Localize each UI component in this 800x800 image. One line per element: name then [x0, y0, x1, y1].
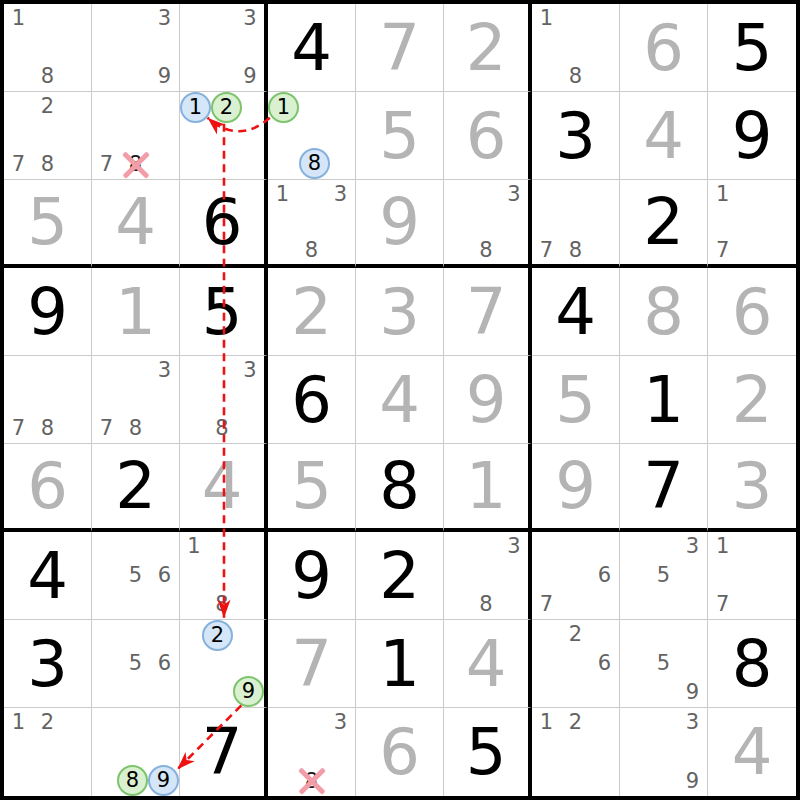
candidate-r9c8-3[interactable]: 3: [686, 712, 699, 733]
candidate-r9c1-1[interactable]: 1: [12, 712, 25, 733]
slot-r9c1-2: 2: [33, 708, 62, 737]
slot-r7c3-8: 8: [208, 590, 236, 619]
slot-r9c2-3: [148, 708, 179, 737]
cell-r8c5[interactable]: 1: [356, 620, 444, 708]
candidates-r8c3: 29: [180, 620, 264, 707]
slot-r1c3-2: [208, 4, 236, 33]
candidate-r8c3-2-circled-blue[interactable]: 2: [202, 620, 233, 651]
cell-r3c3[interactable]: 6: [180, 180, 268, 268]
cell-r1c4[interactable]: 4: [268, 4, 356, 92]
slot-r7c3-6: [236, 561, 264, 590]
slot-r3c9-6: [767, 208, 796, 236]
candidate-r8c2-6[interactable]: 6: [158, 653, 171, 674]
candidate-r3c9-7[interactable]: 7: [716, 240, 729, 261]
slot-r8c2-7: [92, 678, 121, 707]
cell-r7c1[interactable]: 4: [4, 532, 92, 620]
slot-r2c1-8: 8: [33, 150, 62, 179]
slot-r9c1-8: [33, 767, 62, 796]
cell-r6c2[interactable]: 2: [92, 444, 180, 532]
cell-r1c1[interactable]: 18: [4, 4, 92, 92]
slot-r9c2-7: [92, 765, 117, 796]
slot-r2c3-7: [180, 151, 211, 179]
slot-r7c2-3: [150, 532, 179, 561]
slot-r1c2-6: [150, 33, 179, 62]
candidate-r8c8-9[interactable]: 9: [686, 682, 699, 703]
cell-r8c6[interactable]: 4: [444, 620, 532, 708]
candidate-r1c2-9[interactable]: 9: [158, 66, 171, 87]
given-digit-r1c9: 5: [708, 4, 796, 91]
slot-r5c3-7: [180, 414, 208, 443]
slot-r9c1-4: [4, 737, 33, 766]
cell-r9c7[interactable]: 12: [532, 708, 620, 796]
slot-r3c6-2: [472, 180, 500, 208]
cell-r2c4[interactable]: 18: [268, 92, 356, 180]
cell-r6c5[interactable]: 8: [356, 444, 444, 532]
candidate-r7c7-7[interactable]: 7: [540, 594, 553, 615]
solved-digit-r1c8: 6: [620, 4, 707, 91]
cell-r4c3[interactable]: 5: [180, 268, 268, 356]
slot-r5c3-4: [180, 385, 208, 414]
solved-digit-r6c4: 5: [268, 444, 355, 528]
slot-r9c7-4: [532, 737, 561, 766]
cell-r8c4[interactable]: 7: [268, 620, 356, 708]
slot-r2c4-6: [330, 123, 355, 148]
slot-r5c1-7: 7: [4, 414, 33, 443]
cell-r7c5[interactable]: 2: [356, 532, 444, 620]
slot-r2c3-5: [211, 123, 242, 151]
slot-r7c9-2: [737, 532, 766, 561]
given-digit-r4c1: 9: [4, 268, 91, 355]
candidates-r9c7: 12: [532, 708, 619, 796]
slot-r5c2-3: 3: [150, 356, 179, 385]
cell-r3c2[interactable]: 4: [92, 180, 180, 268]
cell-r8c1[interactable]: 3: [4, 620, 92, 708]
candidate-r3c6-3[interactable]: 3: [507, 184, 520, 205]
cell-r4c2[interactable]: 1: [92, 268, 180, 356]
solved-digit-r6c9: 3: [708, 444, 796, 528]
slot-r5c1-4: [4, 385, 33, 414]
slot-r9c8-9: 9: [678, 767, 707, 796]
candidates-r3c4: 138: [268, 180, 355, 264]
slot-r9c2-9: 9: [148, 765, 179, 796]
cell-r9c2[interactable]: 89: [92, 708, 180, 796]
candidate-r2c2-7[interactable]: 7: [100, 154, 113, 175]
cell-r4c9[interactable]: 6: [708, 268, 796, 356]
slot-r2c1-1: [4, 92, 33, 121]
solved-digit-r6c3: 4: [180, 444, 264, 528]
cell-r6c8[interactable]: 7: [620, 444, 708, 532]
cell-r4c4[interactable]: 2: [268, 268, 356, 356]
solved-digit-r6c6: 1: [444, 444, 528, 528]
cell-r6c1[interactable]: 6: [4, 444, 92, 532]
slot-r7c6-3: 3: [500, 532, 528, 561]
slot-r5c3-3: 3: [236, 356, 264, 385]
candidates-r9c2: 89: [92, 708, 179, 796]
sudoku-board: 1839394721865278781218563495461389387821…: [0, 0, 800, 800]
cell-r2c6[interactable]: 6: [444, 92, 532, 180]
slot-r2c2-6: [150, 121, 179, 150]
cell-r9c8[interactable]: 39: [620, 708, 708, 796]
candidate-r7c7-6[interactable]: 6: [598, 565, 611, 586]
slot-r7c9-4: [708, 561, 737, 590]
slot-r7c9-8: [737, 590, 766, 619]
slot-r5c1-5: [33, 385, 62, 414]
slot-r3c4-2: [297, 180, 326, 208]
slot-r7c6-5: [472, 561, 500, 590]
candidate-r5c1-7[interactable]: 7: [12, 418, 25, 439]
cell-r5c9[interactable]: 2: [708, 356, 796, 444]
candidate-r3c4-3[interactable]: 3: [334, 184, 347, 205]
cell-r1c8[interactable]: 6: [620, 4, 708, 92]
slot-r3c9-7: 7: [708, 236, 737, 264]
candidate-r5c1-8[interactable]: 8: [41, 418, 54, 439]
cell-r4c5[interactable]: 3: [356, 268, 444, 356]
candidates-r5c1: 78: [4, 356, 91, 443]
slot-r9c8-1: [620, 708, 649, 737]
slot-r2c2-7: 7: [92, 150, 121, 179]
slot-r5c1-6: [62, 385, 91, 414]
candidate-r8c3-9-circled-green[interactable]: 9: [233, 676, 264, 707]
candidates-r2c3: 12: [180, 92, 264, 179]
cell-r9c5[interactable]: 6: [356, 708, 444, 796]
candidate-r1c3-3[interactable]: 3: [243, 8, 256, 29]
slot-r8c3-4: [180, 651, 202, 676]
candidate-r2c3-1-circled-blue[interactable]: 1: [180, 92, 211, 123]
candidate-r7c3-8[interactable]: 8: [215, 594, 228, 615]
cell-r3c8[interactable]: 2: [620, 180, 708, 268]
slot-r7c3-2: [208, 532, 236, 561]
slot-r1c1-3: [62, 4, 91, 33]
candidates-r9c1: 12: [4, 708, 91, 796]
slot-r3c9-2: [737, 180, 766, 208]
solved-digit-r6c7: 9: [532, 444, 619, 528]
slot-r8c2-1: [92, 620, 121, 649]
slot-r3c7-8: 8: [561, 236, 590, 264]
cell-r2c2[interactable]: 78: [92, 92, 180, 180]
candidate-r7c9-1[interactable]: 1: [716, 536, 729, 557]
cell-r5c3[interactable]: 38: [180, 356, 268, 444]
slot-r7c9-1: 1: [708, 532, 737, 561]
slot-r8c7-4: [532, 649, 561, 678]
cell-r3c7[interactable]: 78: [532, 180, 620, 268]
slot-r8c8-2: [649, 620, 678, 649]
slot-r3c4-4: [268, 208, 297, 236]
slot-r3c4-1: 1: [268, 180, 297, 208]
cell-r2c5[interactable]: 5: [356, 92, 444, 180]
cell-r9c6[interactable]: 5: [444, 708, 532, 796]
solved-digit-r3c1: 5: [4, 180, 91, 264]
slot-r3c9-5: [737, 208, 766, 236]
cell-r5c2[interactable]: 378: [92, 356, 180, 444]
slot-r7c7-1: [532, 532, 561, 561]
solved-digit-r6c1: 6: [4, 444, 91, 528]
cell-r1c5[interactable]: 7: [356, 4, 444, 92]
slot-r7c6-9: [500, 590, 528, 619]
candidate-r3c6-8[interactable]: 8: [479, 240, 492, 261]
candidate-r1c1-8[interactable]: 8: [41, 66, 54, 87]
slot-r3c7-5: [561, 208, 590, 236]
slot-r1c1-4: [4, 33, 33, 62]
cell-r3c4[interactable]: 138: [268, 180, 356, 268]
candidate-r9c7-1[interactable]: 1: [540, 712, 553, 733]
given-digit-r2c9: 9: [708, 92, 796, 179]
cell-r7c9[interactable]: 17: [708, 532, 796, 620]
candidate-r3c7-8[interactable]: 8: [569, 240, 582, 261]
slot-r1c7-7: [532, 62, 561, 91]
slot-r7c9-9: [767, 590, 796, 619]
slot-r7c2-7: [92, 590, 121, 619]
cell-r5c4[interactable]: 6: [268, 356, 356, 444]
slot-r9c4-3: 3: [326, 708, 355, 737]
slot-r5c3-9: [236, 414, 264, 443]
cell-r1c3[interactable]: 39: [180, 4, 268, 92]
cell-r9c3[interactable]: 7: [180, 708, 268, 796]
candidate-r7c8-3[interactable]: 3: [686, 536, 699, 557]
cell-r7c3[interactable]: 18: [180, 532, 268, 620]
candidate-r9c8-9[interactable]: 9: [686, 771, 699, 792]
cell-r1c2[interactable]: 39: [92, 4, 180, 92]
slot-r7c2-2: [121, 532, 150, 561]
slot-r1c2-9: 9: [150, 62, 179, 91]
slot-r2c4-7: [268, 148, 299, 179]
cell-r6c7[interactable]: 9: [532, 444, 620, 532]
cell-r7c8[interactable]: 35: [620, 532, 708, 620]
candidate-r7c6-3[interactable]: 3: [507, 536, 520, 557]
slot-r9c1-6: [62, 737, 91, 766]
candidate-r2c4-8-circled-blue[interactable]: 8: [299, 148, 330, 179]
cell-r8c3[interactable]: 29: [180, 620, 268, 708]
candidate-r7c2-5[interactable]: 5: [129, 565, 142, 586]
slot-r9c4-9: [326, 767, 355, 796]
slot-r3c4-9: [326, 236, 355, 264]
candidate-r9c1-2[interactable]: 2: [41, 712, 54, 733]
cell-r6c9[interactable]: 3: [708, 444, 796, 532]
candidate-r9c2-8-circled-green[interactable]: 8: [117, 765, 148, 796]
candidate-r9c2-9-circled-blue[interactable]: 9: [148, 765, 179, 796]
slot-r9c2-5: [117, 737, 148, 766]
solved-digit-r5c9: 2: [708, 356, 796, 443]
candidate-r1c1-1[interactable]: 1: [12, 8, 25, 29]
slot-r7c3-9: [236, 590, 264, 619]
cell-r2c7[interactable]: 3: [532, 92, 620, 180]
candidate-r1c7-8[interactable]: 8: [569, 66, 582, 87]
candidate-r5c3-8[interactable]: 8: [215, 418, 228, 439]
cell-r2c3[interactable]: 12: [180, 92, 268, 180]
candidates-r7c9: 17: [708, 532, 796, 619]
candidate-r1c3-9[interactable]: 9: [243, 66, 256, 87]
given-digit-r9c6: 5: [444, 708, 528, 796]
slot-r9c4-5: [297, 737, 326, 766]
slot-r3c7-4: [532, 208, 561, 236]
slot-r9c8-8: [649, 767, 678, 796]
candidate-r7c3-1[interactable]: 1: [187, 536, 200, 557]
slot-r1c1-6: [62, 33, 91, 62]
cell-r5c7[interactable]: 5: [532, 356, 620, 444]
candidate-r2c3-2-circled-green[interactable]: 2: [211, 92, 242, 123]
slot-r7c6-6: [500, 561, 528, 590]
cell-r7c7[interactable]: 67: [532, 532, 620, 620]
slot-r5c2-8: 8: [121, 414, 150, 443]
slot-r1c7-1: 1: [532, 4, 561, 33]
slot-r2c1-5: [33, 121, 62, 150]
candidate-r5c2-7[interactable]: 7: [100, 418, 113, 439]
candidates-r9c4: 38: [268, 708, 355, 796]
cell-r5c1[interactable]: 78: [4, 356, 92, 444]
slot-r7c7-8: [561, 590, 590, 619]
cell-r2c8[interactable]: 4: [620, 92, 708, 180]
cell-r8c2[interactable]: 56: [92, 620, 180, 708]
slot-r2c4-1: 1: [268, 92, 299, 123]
solved-digit-r8c6: 4: [444, 620, 528, 707]
slot-r3c9-9: [767, 236, 796, 264]
given-digit-r5c8: 1: [620, 356, 707, 443]
candidate-r7c6-8[interactable]: 8: [479, 594, 492, 615]
slot-r8c8-3: [678, 620, 707, 649]
slot-r9c8-2: [649, 708, 678, 737]
slot-r7c8-3: 3: [678, 532, 707, 561]
slot-r8c2-4: [92, 649, 121, 678]
candidate-r1c7-1[interactable]: 1: [540, 8, 553, 29]
slot-r1c1-8: 8: [33, 62, 62, 91]
candidate-r5c3-3[interactable]: 3: [243, 360, 256, 381]
cell-r1c6[interactable]: 2: [444, 4, 532, 92]
candidate-r2c2-8[interactable]: 8: [129, 154, 142, 175]
slot-r7c2-6: 6: [150, 561, 179, 590]
slot-r5c2-6: [150, 385, 179, 414]
cell-r9c1[interactable]: 12: [4, 708, 92, 796]
candidate-r3c4-8[interactable]: 8: [305, 240, 318, 261]
given-digit-r7c1: 4: [4, 532, 91, 619]
given-digit-r6c2: 2: [92, 444, 179, 528]
cell-r8c9[interactable]: 8: [708, 620, 796, 708]
cell-r1c9[interactable]: 5: [708, 4, 796, 92]
slot-r9c7-2: 2: [561, 708, 590, 737]
candidate-r9c7-2[interactable]: 2: [569, 712, 582, 733]
slot-r1c7-6: [590, 33, 619, 62]
slot-r9c4-6: [326, 737, 355, 766]
slot-r8c7-3: [590, 620, 619, 649]
candidate-r5c2-8[interactable]: 8: [129, 418, 142, 439]
slot-r8c7-8: [561, 678, 590, 707]
slot-r8c8-8: [649, 678, 678, 707]
candidate-r3c4-1[interactable]: 1: [276, 184, 289, 205]
candidate-r5c2-3[interactable]: 3: [158, 360, 171, 381]
cell-r3c9[interactable]: 17: [708, 180, 796, 268]
cell-r4c1[interactable]: 9: [4, 268, 92, 356]
cell-r5c6[interactable]: 9: [444, 356, 532, 444]
cell-r2c9[interactable]: 9: [708, 92, 796, 180]
slot-r3c6-8: 8: [472, 236, 500, 264]
slot-r8c3-9: 9: [233, 676, 264, 707]
slot-r8c8-7: [620, 678, 649, 707]
slot-r2c4-5: [299, 123, 330, 148]
cell-r8c7[interactable]: 26: [532, 620, 620, 708]
cell-r2c1[interactable]: 278: [4, 92, 92, 180]
cell-r4c6[interactable]: 7: [444, 268, 532, 356]
given-digit-r9c3: 7: [180, 708, 264, 796]
slot-r5c3-8: 8: [208, 414, 236, 443]
solved-digit-r2c5: 5: [356, 92, 443, 179]
cell-r9c4[interactable]: 38: [268, 708, 356, 796]
cell-r4c8[interactable]: 8: [620, 268, 708, 356]
cell-r1c7[interactable]: 18: [532, 4, 620, 92]
slot-r7c2-4: [92, 561, 121, 590]
solved-digit-r4c6: 7: [444, 268, 528, 355]
slot-r7c2-5: 5: [121, 561, 150, 590]
candidate-r9c4-3[interactable]: 3: [334, 712, 347, 733]
candidate-r8c8-5[interactable]: 5: [657, 653, 670, 674]
cell-r6c6[interactable]: 1: [444, 444, 532, 532]
candidate-r2c4-1-circled-green[interactable]: 1: [268, 92, 299, 123]
cell-r7c4[interactable]: 9: [268, 532, 356, 620]
slot-r1c2-8: [121, 62, 150, 91]
candidate-r1c2-3[interactable]: 3: [158, 8, 171, 29]
slot-r9c8-5: [649, 737, 678, 766]
candidate-r7c8-5[interactable]: 5: [657, 565, 670, 586]
candidates-r7c3: 18: [180, 532, 264, 619]
cell-r8c8[interactable]: 59: [620, 620, 708, 708]
slot-r8c7-7: [532, 678, 561, 707]
cell-r7c2[interactable]: 56: [92, 532, 180, 620]
candidate-r8c2-5[interactable]: 5: [129, 653, 142, 674]
candidate-r7c2-6[interactable]: 6: [158, 565, 171, 586]
cell-r5c5[interactable]: 4: [356, 356, 444, 444]
slot-r7c2-1: [92, 532, 121, 561]
slot-r3c7-2: [561, 180, 590, 208]
slot-r2c2-9: [150, 150, 179, 179]
slot-r1c1-9: [62, 62, 91, 91]
candidate-r8c7-6[interactable]: 6: [598, 653, 611, 674]
slot-r8c2-9: [150, 678, 179, 707]
solved-digit-r8c4: 7: [268, 620, 355, 707]
candidate-r2c1-8[interactable]: 8: [41, 154, 54, 175]
slot-r2c3-8: [211, 151, 242, 179]
slot-r1c3-3: 3: [236, 4, 264, 33]
slot-r2c3-6: [242, 123, 264, 151]
solved-digit-r2c6: 6: [444, 92, 528, 179]
cell-r3c6[interactable]: 38: [444, 180, 532, 268]
cell-r3c5[interactable]: 9: [356, 180, 444, 268]
cell-r6c4[interactable]: 5: [268, 444, 356, 532]
slot-r1c7-9: [590, 62, 619, 91]
candidate-r7c9-7[interactable]: 7: [716, 594, 729, 615]
slot-r7c6-7: [444, 590, 472, 619]
candidate-r8c7-2[interactable]: 2: [569, 624, 582, 645]
slot-r2c3-9: [242, 151, 264, 179]
slot-r8c7-2: 2: [561, 620, 590, 649]
cell-r9c9[interactable]: 4: [708, 708, 796, 796]
slot-r3c6-6: [500, 208, 528, 236]
cell-r7c6[interactable]: 38: [444, 532, 532, 620]
solved-digit-r5c5: 4: [356, 356, 443, 443]
slot-r1c3-8: [208, 62, 236, 91]
candidate-r2c1-2[interactable]: 2: [41, 96, 54, 117]
candidate-r9c4-8[interactable]: 8: [305, 771, 318, 792]
candidate-r2c1-7[interactable]: 7: [12, 154, 25, 175]
slot-r7c9-3: [767, 532, 796, 561]
cell-r3c1[interactable]: 5: [4, 180, 92, 268]
slot-r8c3-6: [233, 651, 264, 676]
candidate-r3c7-7[interactable]: 7: [540, 240, 553, 261]
slot-r2c2-4: [92, 121, 121, 150]
candidate-r3c9-1[interactable]: 1: [716, 184, 729, 205]
cell-r4c7[interactable]: 4: [532, 268, 620, 356]
slot-r1c2-1: [92, 4, 121, 33]
cell-r6c3[interactable]: 4: [180, 444, 268, 532]
solved-digit-r1c5: 7: [356, 4, 443, 91]
cell-r5c8[interactable]: 1: [620, 356, 708, 444]
slot-r3c7-1: [532, 180, 561, 208]
